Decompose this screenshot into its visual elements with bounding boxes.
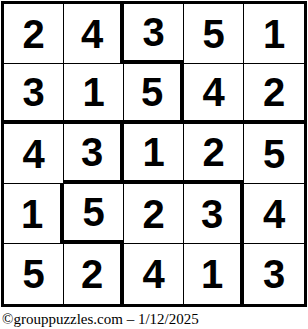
cell-r4c5[interactable]: 4 [244, 184, 304, 244]
cell-r4c4[interactable]: 3 [184, 184, 244, 244]
cell-r3c5[interactable]: 5 [244, 124, 304, 184]
cell-r4c3[interactable]: 2 [124, 184, 184, 244]
cell-r2c2[interactable]: 1 [64, 64, 124, 124]
cell-r1c4[interactable]: 5 [184, 4, 244, 64]
cell-digit: 2 [22, 14, 44, 54]
cell-r5c3[interactable]: 4 [124, 244, 184, 304]
cell-digit: 2 [142, 194, 164, 234]
cell-digit: 3 [263, 254, 285, 294]
cell-digit: 3 [201, 194, 223, 234]
cell-r5c5[interactable]: 3 [244, 244, 304, 304]
cell-r1c3[interactable]: 3 [124, 4, 184, 64]
copyright-credit: ©grouppuzzles.com – 1/12/2025 [2, 311, 308, 328]
cell-digit: 1 [142, 132, 164, 172]
cell-digit: 3 [22, 72, 44, 112]
cell-digit: 4 [263, 194, 285, 234]
cell-digit: 1 [21, 194, 43, 234]
cell-r1c1[interactable]: 2 [4, 4, 64, 64]
cell-r4c2[interactable]: 5 [64, 184, 124, 244]
cell-r3c3[interactable]: 1 [124, 124, 184, 184]
cell-digit: 1 [263, 14, 285, 54]
sudoku-board: 2435131542431251523452413 [1, 1, 307, 307]
cell-r2c4[interactable]: 4 [184, 64, 244, 124]
cell-r2c1[interactable]: 3 [4, 64, 64, 124]
cell-digit: 4 [142, 254, 164, 294]
cell-r2c3[interactable]: 5 [124, 64, 184, 124]
cell-r5c2[interactable]: 2 [64, 244, 124, 304]
cell-digit: 3 [142, 12, 164, 52]
cell-digit: 5 [141, 72, 163, 112]
cell-digit: 5 [82, 192, 104, 232]
cell-digit: 5 [263, 134, 285, 174]
cell-digit: 4 [81, 14, 103, 54]
cell-digit: 2 [202, 132, 224, 172]
cell-r5c1[interactable]: 5 [4, 244, 64, 304]
cell-digit: 4 [22, 134, 44, 174]
cell-r3c2[interactable]: 3 [64, 124, 124, 184]
cell-digit: 1 [82, 72, 104, 112]
cell-digit: 5 [202, 14, 224, 54]
cell-digit: 2 [81, 254, 103, 294]
cell-r1c2[interactable]: 4 [64, 4, 124, 64]
cell-digit: 5 [22, 254, 44, 294]
cell-r1c5[interactable]: 1 [244, 4, 304, 64]
cell-digit: 2 [263, 72, 285, 112]
cell-digit: 1 [201, 254, 223, 294]
cell-digit: 3 [81, 132, 103, 172]
cell-r4c1[interactable]: 1 [4, 184, 64, 244]
cell-digit: 4 [202, 72, 224, 112]
cell-r3c4[interactable]: 2 [184, 124, 244, 184]
cell-r2c5[interactable]: 2 [244, 64, 304, 124]
cell-r5c4[interactable]: 1 [184, 244, 244, 304]
cell-r3c1[interactable]: 4 [4, 124, 64, 184]
